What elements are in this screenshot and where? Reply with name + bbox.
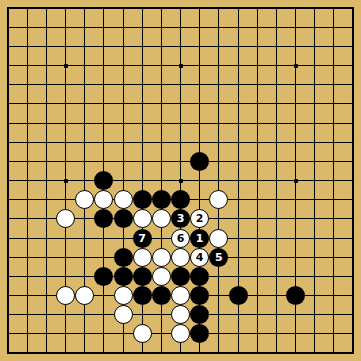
stone-white (75, 286, 94, 305)
stone-black (133, 190, 152, 209)
stone-black (286, 286, 305, 305)
stone-black (171, 267, 190, 286)
stone-white (171, 248, 190, 267)
stone-white-move-2: 2 (190, 209, 209, 228)
stone-white (152, 209, 171, 228)
move-number-label: 6 (177, 233, 185, 244)
stone-white-move-4: 4 (190, 248, 209, 267)
stone-white (94, 190, 113, 209)
star-point (179, 179, 183, 183)
stone-white (114, 305, 133, 324)
stone-white (171, 305, 190, 324)
stone-white (114, 286, 133, 305)
stone-black (94, 267, 113, 286)
stone-black (152, 190, 171, 209)
stone-white-move-6: 6 (171, 229, 190, 248)
stone-black (171, 190, 190, 209)
stone-black (94, 171, 113, 190)
star-point (64, 179, 68, 183)
stone-black (114, 267, 133, 286)
grid-line-horizontal (7, 352, 354, 354)
stone-black (190, 152, 209, 171)
move-number-label: 7 (138, 233, 146, 244)
stone-black (152, 286, 171, 305)
stone-white (75, 190, 94, 209)
star-point (179, 64, 183, 68)
stone-white (171, 286, 190, 305)
stone-black (190, 324, 209, 343)
move-number-label: 5 (215, 252, 223, 263)
stone-white (209, 190, 228, 209)
stone-white (171, 324, 190, 343)
move-number-label: 3 (177, 213, 185, 224)
go-board[interactable]: 3276145 (0, 0, 361, 361)
stone-white (152, 248, 171, 267)
stone-white (133, 248, 152, 267)
stone-black (229, 286, 248, 305)
grid-line-vertical (314, 7, 315, 354)
stone-white (133, 324, 152, 343)
grid-line-vertical (257, 7, 258, 354)
stone-black (133, 267, 152, 286)
stone-black-move-7: 7 (133, 229, 152, 248)
move-number-label: 4 (196, 252, 204, 263)
stone-black (190, 267, 209, 286)
stone-black (94, 209, 113, 228)
stone-black-move-3: 3 (171, 209, 190, 228)
stone-white (133, 209, 152, 228)
stone-black (114, 209, 133, 228)
star-point (294, 179, 298, 183)
stone-white (114, 190, 133, 209)
stone-white (209, 229, 228, 248)
stone-black (114, 248, 133, 267)
star-point (294, 64, 298, 68)
star-point (64, 64, 68, 68)
stone-black-move-5: 5 (209, 248, 228, 267)
grid-line-vertical (218, 7, 219, 354)
move-number-label: 1 (196, 233, 204, 244)
stone-black (190, 305, 209, 324)
move-number-label: 2 (196, 213, 204, 224)
stone-white (56, 209, 75, 228)
grid-line-vertical (352, 7, 354, 354)
grid-line-vertical (333, 7, 334, 354)
stone-black (190, 286, 209, 305)
stone-black-move-1: 1 (190, 229, 209, 248)
stone-black (133, 286, 152, 305)
stone-white (56, 286, 75, 305)
grid-line-vertical (276, 7, 277, 354)
stone-white (152, 267, 171, 286)
